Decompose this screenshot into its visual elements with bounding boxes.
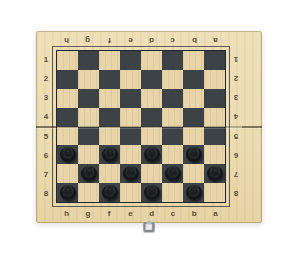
square-c8[interactable] — [162, 183, 183, 202]
square-h6[interactable]: ⛂ — [57, 145, 78, 164]
square-e7[interactable]: ⛂ — [120, 164, 141, 183]
square-a8[interactable] — [204, 183, 225, 202]
square-c3[interactable] — [162, 89, 183, 108]
file-bottom-label-d: d — [141, 203, 162, 223]
file-bottom-label-h: h — [56, 203, 77, 223]
square-h4[interactable] — [57, 108, 78, 127]
rank-left-label-7: 7 — [36, 165, 56, 184]
rank-right-label-2: 2 — [226, 69, 246, 88]
file-bottom-label-g: g — [77, 203, 98, 223]
square-e3[interactable] — [120, 89, 141, 108]
square-e8[interactable] — [120, 183, 141, 202]
black-checker[interactable]: ⛂ — [81, 166, 97, 181]
file-bottom-label-f: f — [99, 203, 120, 223]
square-a3[interactable] — [204, 89, 225, 108]
square-d4[interactable] — [141, 108, 162, 127]
square-d8[interactable]: ⛂ — [141, 183, 162, 202]
square-g8[interactable] — [78, 183, 99, 202]
rank-left-label-4: 4 — [36, 107, 56, 126]
black-checker[interactable]: ⛂ — [102, 147, 118, 162]
square-f7[interactable] — [99, 164, 120, 183]
square-h7[interactable] — [57, 164, 78, 183]
rank-labels-right: 12345678 — [226, 50, 246, 203]
square-h8[interactable]: ⛂ — [57, 183, 78, 202]
playing-area: ⛂⛂⛂⛂⛂⛂⛂⛂⛂⛂⛂⛂ — [56, 50, 226, 203]
square-c7[interactable]: ⛂ — [162, 164, 183, 183]
square-f5[interactable] — [99, 127, 120, 146]
black-checker[interactable]: ⛂ — [102, 185, 118, 200]
checkers-board: hgfedcba hgfedcba 12345678 12345678 ⛂⛂⛂⛂… — [36, 31, 262, 223]
black-checker[interactable]: ⛂ — [144, 185, 160, 200]
rank-labels-left: 12345678 — [36, 50, 56, 203]
square-b7[interactable] — [183, 164, 204, 183]
rank-right-label-7: 7 — [226, 165, 246, 184]
black-checker[interactable]: ⛂ — [207, 166, 223, 181]
square-g5[interactable] — [78, 127, 99, 146]
rank-left-label-1: 1 — [36, 50, 56, 69]
square-h5[interactable] — [57, 127, 78, 146]
file-top-label-f: f — [99, 31, 120, 50]
rank-right-label-1: 1 — [226, 50, 246, 69]
rank-left-label-3: 3 — [36, 88, 56, 107]
square-e5[interactable] — [120, 127, 141, 146]
square-b5[interactable] — [183, 127, 204, 146]
square-f2[interactable] — [99, 70, 120, 89]
square-b8[interactable]: ⛂ — [183, 183, 204, 202]
black-checker[interactable]: ⛂ — [144, 147, 160, 162]
square-d2[interactable] — [141, 70, 162, 89]
file-bottom-label-a: a — [205, 203, 226, 223]
square-h2[interactable] — [57, 70, 78, 89]
file-top-label-g: g — [77, 31, 98, 50]
square-g7[interactable]: ⛂ — [78, 164, 99, 183]
square-b4[interactable] — [183, 108, 204, 127]
black-checker[interactable]: ⛂ — [123, 166, 139, 181]
file-top-label-b: b — [184, 31, 205, 50]
board-grid: ⛂⛂⛂⛂⛂⛂⛂⛂⛂⛂⛂⛂ — [56, 50, 226, 203]
square-f1[interactable] — [99, 51, 120, 70]
rank-left-label-6: 6 — [36, 146, 56, 165]
file-bottom-label-e: e — [120, 203, 141, 223]
square-e4[interactable] — [120, 108, 141, 127]
rank-right-label-8: 8 — [226, 184, 246, 203]
black-checker[interactable]: ⛂ — [186, 147, 202, 162]
square-e6[interactable] — [120, 145, 141, 164]
square-a1[interactable] — [204, 51, 225, 70]
square-c5[interactable] — [162, 127, 183, 146]
metal-latch-icon — [144, 222, 155, 232]
file-top-label-a: a — [205, 31, 226, 50]
square-a4[interactable] — [204, 108, 225, 127]
square-c2[interactable] — [162, 70, 183, 89]
rank-right-label-5: 5 — [226, 127, 246, 146]
square-b1[interactable] — [183, 51, 204, 70]
square-g2[interactable] — [78, 70, 99, 89]
square-a6[interactable] — [204, 145, 225, 164]
square-h1[interactable] — [57, 51, 78, 70]
rank-left-label-5: 5 — [36, 127, 56, 146]
square-b2[interactable] — [183, 70, 204, 89]
file-labels-bottom: hgfedcba — [56, 203, 226, 223]
square-g4[interactable] — [78, 108, 99, 127]
black-checker[interactable]: ⛂ — [186, 185, 202, 200]
square-g3[interactable] — [78, 89, 99, 108]
square-f6[interactable]: ⛂ — [99, 145, 120, 164]
file-top-label-e: e — [120, 31, 141, 50]
black-checker[interactable]: ⛂ — [60, 185, 76, 200]
file-top-label-h: h — [56, 31, 77, 50]
square-a7[interactable]: ⛂ — [204, 164, 225, 183]
square-g6[interactable] — [78, 145, 99, 164]
square-d1[interactable] — [141, 51, 162, 70]
file-bottom-label-c: c — [162, 203, 183, 223]
square-a5[interactable] — [204, 127, 225, 146]
square-f3[interactable] — [99, 89, 120, 108]
square-e1[interactable] — [120, 51, 141, 70]
square-d5[interactable] — [141, 127, 162, 146]
square-a2[interactable] — [204, 70, 225, 89]
square-d3[interactable] — [141, 89, 162, 108]
rank-right-label-4: 4 — [226, 107, 246, 126]
rank-right-label-3: 3 — [226, 88, 246, 107]
square-d7[interactable] — [141, 164, 162, 183]
square-g1[interactable] — [78, 51, 99, 70]
square-h3[interactable] — [57, 89, 78, 108]
rank-left-label-2: 2 — [36, 69, 56, 88]
black-checker[interactable]: ⛂ — [60, 147, 76, 162]
square-f8[interactable]: ⛂ — [99, 183, 120, 202]
file-labels-top: hgfedcba — [56, 31, 226, 50]
file-top-label-c: c — [162, 31, 183, 50]
square-d6[interactable]: ⛂ — [141, 145, 162, 164]
file-bottom-label-b: b — [184, 203, 205, 223]
square-c6[interactable] — [162, 145, 183, 164]
black-checker[interactable]: ⛂ — [165, 166, 181, 181]
file-top-label-d: d — [141, 31, 162, 50]
square-c1[interactable] — [162, 51, 183, 70]
rank-left-label-8: 8 — [36, 184, 56, 203]
rank-right-label-6: 6 — [226, 146, 246, 165]
square-c4[interactable] — [162, 108, 183, 127]
square-b3[interactable] — [183, 89, 204, 108]
square-e2[interactable] — [120, 70, 141, 89]
square-f4[interactable] — [99, 108, 120, 127]
square-b6[interactable]: ⛂ — [183, 145, 204, 164]
